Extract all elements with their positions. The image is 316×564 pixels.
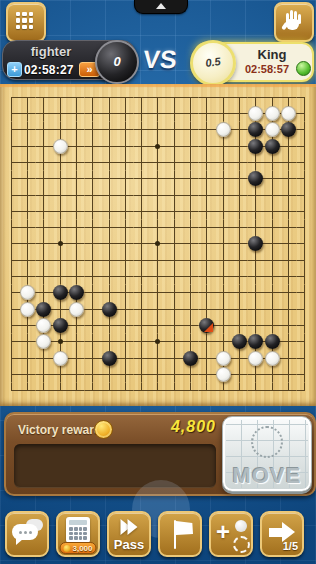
board-cell[interactable] [297,301,313,317]
board-cell[interactable] [134,383,150,399]
board-cell[interactable] [19,317,35,333]
board-cell[interactable] [231,383,247,399]
board-cell[interactable] [150,154,166,170]
board-cell[interactable] [280,252,296,268]
board-cell[interactable] [3,89,19,105]
board-cell[interactable] [248,366,264,382]
board-cell[interactable] [117,89,133,105]
board-cell[interactable] [297,89,313,105]
board-cell[interactable] [150,268,166,284]
board-cell[interactable] [280,187,296,203]
board-cell[interactable] [166,154,182,170]
board-cell[interactable] [3,122,19,138]
board-cell[interactable] [150,317,166,333]
board-cell[interactable] [280,122,296,138]
board-cell[interactable] [280,383,296,399]
board-cell[interactable] [52,220,68,236]
board-cell[interactable] [19,89,35,105]
board-cell[interactable] [297,366,313,382]
board-cell[interactable] [264,171,280,187]
board-cell[interactable] [19,220,35,236]
board-cell[interactable] [36,89,52,105]
board-cell[interactable] [231,236,247,252]
board-cell[interactable] [117,383,133,399]
board-cell[interactable] [215,334,231,350]
board-cell[interactable] [101,383,117,399]
board-cell[interactable] [85,89,101,105]
board-cell[interactable] [85,334,101,350]
board-cell[interactable] [248,317,264,333]
board-cell[interactable] [297,203,313,219]
board-cell[interactable] [166,268,182,284]
chat-button[interactable] [5,511,49,557]
board-cell[interactable] [3,334,19,350]
board-cell[interactable] [36,154,52,170]
board-cell[interactable] [248,383,264,399]
board-cell[interactable] [134,252,150,268]
board-cell[interactable] [85,252,101,268]
board-cell[interactable] [280,171,296,187]
board-cell[interactable] [248,252,264,268]
board-cell[interactable] [52,366,68,382]
board-cell[interactable] [231,350,247,366]
board-cell[interactable] [248,268,264,284]
board-cell[interactable] [117,220,133,236]
board-cell[interactable] [150,383,166,399]
board-cell[interactable] [85,105,101,121]
board-cell[interactable] [166,220,182,236]
board-cell[interactable] [19,268,35,284]
board-cell[interactable] [182,268,198,284]
board-cell[interactable] [134,268,150,284]
board-cell[interactable] [68,122,84,138]
board-cell[interactable] [68,89,84,105]
board-cell[interactable] [117,317,133,333]
board-cell[interactable] [166,138,182,154]
board-cell[interactable] [215,203,231,219]
board-cell[interactable] [248,220,264,236]
board-cell[interactable] [117,187,133,203]
board-cell[interactable] [215,138,231,154]
board-cell[interactable] [150,105,166,121]
board-cell[interactable] [68,187,84,203]
board-cell[interactable] [297,171,313,187]
board-cell[interactable] [280,236,296,252]
board-cell[interactable] [199,203,215,219]
board-cell[interactable] [264,154,280,170]
board-cell[interactable] [117,203,133,219]
board-cell[interactable] [3,138,19,154]
board-cell[interactable] [297,122,313,138]
board-cell[interactable] [215,268,231,284]
board-cell[interactable] [248,138,264,154]
board-cell[interactable] [134,138,150,154]
board-cell[interactable] [117,122,133,138]
board-cell[interactable] [19,203,35,219]
board-cell[interactable] [199,236,215,252]
board-cell[interactable] [3,105,19,121]
board-cell[interactable] [264,252,280,268]
board-cell[interactable] [231,317,247,333]
board-cell[interactable] [52,334,68,350]
board-cell[interactable] [52,138,68,154]
board-cell[interactable] [297,236,313,252]
board-cell[interactable] [231,187,247,203]
board-cell[interactable] [248,301,264,317]
board-cell[interactable] [19,366,35,382]
board-cell[interactable] [248,236,264,252]
board-cell[interactable] [134,317,150,333]
board-cell[interactable] [199,105,215,121]
board-cell[interactable] [280,89,296,105]
board-cell[interactable] [85,154,101,170]
board-cell[interactable] [52,105,68,121]
board-cell[interactable] [280,317,296,333]
board-cell[interactable] [182,366,198,382]
board-cell[interactable] [36,285,52,301]
board-cell[interactable] [199,252,215,268]
board-cell[interactable] [36,350,52,366]
board-cell[interactable] [19,105,35,121]
board-cell[interactable] [166,366,182,382]
board-cell[interactable] [182,122,198,138]
board-cell[interactable] [68,383,84,399]
board-cell[interactable] [19,285,35,301]
board-cell[interactable] [3,171,19,187]
board-cell[interactable] [297,154,313,170]
board-cell[interactable] [101,334,117,350]
board-cell[interactable] [101,203,117,219]
board-cell[interactable] [36,203,52,219]
board-cell[interactable] [68,268,84,284]
board-cell[interactable] [134,350,150,366]
board-cell[interactable] [199,383,215,399]
board-cell[interactable] [280,301,296,317]
board-cell[interactable] [117,252,133,268]
board-cell[interactable] [280,350,296,366]
board-cell[interactable] [52,268,68,284]
board-cell[interactable] [36,236,52,252]
board-cell[interactable] [215,89,231,105]
board-cell[interactable] [264,334,280,350]
board-cell[interactable] [199,122,215,138]
board-cell[interactable] [19,350,35,366]
board-cell[interactable] [231,122,247,138]
board-cell[interactable] [150,252,166,268]
board-cell[interactable] [36,220,52,236]
board-cell[interactable] [19,236,35,252]
board-cell[interactable] [280,105,296,121]
board-cell[interactable] [182,252,198,268]
board-cell[interactable] [231,268,247,284]
board-cell[interactable] [182,317,198,333]
board-cell[interactable] [248,285,264,301]
board-cell[interactable] [166,350,182,366]
board-cell[interactable] [3,285,19,301]
board-cell[interactable] [134,220,150,236]
board-cell[interactable] [117,154,133,170]
board-cell[interactable] [101,285,117,301]
board-cell[interactable] [199,154,215,170]
board-cell[interactable] [101,252,117,268]
board-cell[interactable] [134,122,150,138]
board-cell[interactable] [150,366,166,382]
board-cell[interactable] [68,317,84,333]
board-cell[interactable] [134,171,150,187]
board-cell[interactable] [264,366,280,382]
board-cell[interactable] [3,236,19,252]
board-cell[interactable] [52,122,68,138]
board-cell[interactable] [85,138,101,154]
board-cell[interactable] [3,317,19,333]
board-cell[interactable] [215,220,231,236]
board-cell[interactable] [101,89,117,105]
board-cell[interactable] [134,236,150,252]
board-cell[interactable] [280,334,296,350]
board-cell[interactable] [199,285,215,301]
board-cell[interactable] [3,350,19,366]
board-cell[interactable] [215,154,231,170]
board-cell[interactable] [215,301,231,317]
board-cell[interactable] [231,154,247,170]
board-cell[interactable] [166,317,182,333]
board-cell[interactable] [117,334,133,350]
board-cell[interactable] [280,268,296,284]
board-cell[interactable] [68,154,84,170]
board-cell[interactable] [264,187,280,203]
board-cell[interactable] [85,236,101,252]
board-cell[interactable] [117,268,133,284]
raise-hand-button[interactable] [274,2,314,42]
board-cell[interactable] [166,187,182,203]
board-cell[interactable] [150,171,166,187]
board-cell[interactable] [36,252,52,268]
pass-button[interactable]: Pass [107,511,151,557]
board-cell[interactable] [52,171,68,187]
board-cell[interactable] [280,203,296,219]
board-cell[interactable] [134,187,150,203]
board-cell[interactable] [52,236,68,252]
board-cell[interactable] [68,350,84,366]
board-cell[interactable] [215,187,231,203]
board-cell[interactable] [182,138,198,154]
board-cell[interactable] [231,89,247,105]
board-cell[interactable] [117,138,133,154]
board-cell[interactable] [101,268,117,284]
board-cell[interactable] [182,154,198,170]
board-cell[interactable] [19,252,35,268]
board-cell[interactable] [248,105,264,121]
board-cell[interactable] [101,187,117,203]
board-cell[interactable] [231,301,247,317]
board-cell[interactable] [101,138,117,154]
board-cell[interactable] [68,334,84,350]
board-cell[interactable] [101,171,117,187]
board-cell[interactable] [166,89,182,105]
board-cell[interactable] [199,317,215,333]
board-cell[interactable] [264,317,280,333]
board-cell[interactable] [264,105,280,121]
board-cell[interactable] [264,89,280,105]
board-cell[interactable] [297,317,313,333]
board-cell[interactable] [117,105,133,121]
board-cell[interactable] [19,187,35,203]
board-cell[interactable] [101,350,117,366]
board-cell[interactable] [3,187,19,203]
board-cell[interactable] [248,171,264,187]
board-cell[interactable] [85,203,101,219]
board-cell[interactable] [150,138,166,154]
board-cell[interactable] [199,220,215,236]
board-cell[interactable] [68,366,84,382]
board-cell[interactable] [36,138,52,154]
board-cell[interactable] [36,317,52,333]
board-cell[interactable] [68,220,84,236]
board-cell[interactable] [36,301,52,317]
board-cell[interactable] [199,187,215,203]
board-cell[interactable] [52,154,68,170]
board-cell[interactable] [199,366,215,382]
board-cell[interactable] [297,187,313,203]
board-cell[interactable] [3,366,19,382]
board-cell[interactable] [215,285,231,301]
board-cell[interactable] [150,285,166,301]
board-cell[interactable] [280,154,296,170]
board-cell[interactable] [150,220,166,236]
board-cell[interactable] [215,350,231,366]
board-cell[interactable] [150,203,166,219]
board-cell[interactable] [101,301,117,317]
board-cell[interactable] [297,220,313,236]
menu-button[interactable] [6,2,46,42]
board-cell[interactable] [117,236,133,252]
board-cell[interactable] [36,334,52,350]
board-cell[interactable] [85,317,101,333]
board-cell[interactable] [150,236,166,252]
board-cell[interactable] [264,138,280,154]
board-cell[interactable] [52,89,68,105]
board-cell[interactable] [231,366,247,382]
board-cell[interactable] [68,171,84,187]
board-cell[interactable] [248,154,264,170]
board-cell[interactable] [134,285,150,301]
board-cell[interactable] [19,138,35,154]
board-cell[interactable] [297,383,313,399]
board-cell[interactable] [36,268,52,284]
board-cell[interactable] [182,350,198,366]
board-cell[interactable] [182,220,198,236]
board-cell[interactable] [297,350,313,366]
board-cell[interactable] [264,268,280,284]
board-cell[interactable] [52,301,68,317]
board-cell[interactable] [264,220,280,236]
board-cell[interactable] [297,252,313,268]
board-cell[interactable] [199,301,215,317]
board-cell[interactable] [3,154,19,170]
board-cell[interactable] [117,350,133,366]
board-cell[interactable] [134,154,150,170]
board-cell[interactable] [280,366,296,382]
board-cell[interactable] [215,105,231,121]
board-cell[interactable] [215,122,231,138]
board-cell[interactable] [182,89,198,105]
board-cell[interactable] [264,301,280,317]
board-cell[interactable] [85,122,101,138]
board-cell[interactable] [166,236,182,252]
board-cell[interactable] [182,334,198,350]
board-cell[interactable] [101,236,117,252]
board-cell[interactable] [231,252,247,268]
board-cell[interactable] [85,301,101,317]
board-cell[interactable] [166,171,182,187]
board-cell[interactable] [134,203,150,219]
board-cell[interactable] [231,285,247,301]
board-cell[interactable] [85,171,101,187]
board-cell[interactable] [248,89,264,105]
add-stone-button[interactable]: + [209,511,253,557]
board-cell[interactable] [166,203,182,219]
board-cell[interactable] [166,334,182,350]
board-cell[interactable] [19,301,35,317]
board-cell[interactable] [3,383,19,399]
board-cell[interactable] [166,252,182,268]
board-cell[interactable] [52,252,68,268]
resign-button[interactable] [158,511,202,557]
board-cell[interactable] [36,105,52,121]
board-cell[interactable] [182,301,198,317]
board-cell[interactable] [166,383,182,399]
board-cell[interactable] [264,236,280,252]
board-cell[interactable] [68,203,84,219]
board-cell[interactable] [117,171,133,187]
board-cell[interactable] [280,285,296,301]
board-cell[interactable] [36,366,52,382]
board-cell[interactable] [134,301,150,317]
board-cell[interactable] [3,252,19,268]
board-cell[interactable] [68,236,84,252]
board-cell[interactable] [68,301,84,317]
board-cell[interactable] [52,203,68,219]
board-cell[interactable] [101,122,117,138]
board-cell[interactable] [3,220,19,236]
board-cell[interactable] [248,122,264,138]
board-cell[interactable] [52,383,68,399]
board-cell[interactable] [19,154,35,170]
board-cell[interactable] [101,105,117,121]
board-cell[interactable] [150,301,166,317]
board-cell[interactable] [166,122,182,138]
board-cell[interactable] [19,171,35,187]
board-cell[interactable] [101,317,117,333]
board-cell[interactable] [297,268,313,284]
board-cell[interactable] [297,105,313,121]
board-cell[interactable] [199,89,215,105]
board-cell[interactable] [199,138,215,154]
board-cell[interactable] [231,171,247,187]
board-cell[interactable] [215,366,231,382]
board-cell[interactable] [85,383,101,399]
board-cell[interactable] [264,383,280,399]
board-cell[interactable] [215,317,231,333]
board-cell[interactable] [231,203,247,219]
board-cell[interactable] [36,187,52,203]
board-cell[interactable] [85,350,101,366]
board-cell[interactable] [199,171,215,187]
board-cell[interactable] [117,301,133,317]
board-cell[interactable] [166,301,182,317]
board-cell[interactable] [182,285,198,301]
board-cell[interactable] [36,383,52,399]
